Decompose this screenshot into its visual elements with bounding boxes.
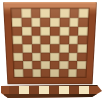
square-r8c7[interactable] (68, 69, 77, 77)
square-r7c6[interactable] (59, 61, 68, 69)
main-chessboard (3, 2, 97, 84)
square-r6c4[interactable] (41, 53, 50, 61)
square-r3c4[interactable] (41, 27, 50, 36)
square-r8c4[interactable] (41, 69, 50, 77)
square-r7c1[interactable] (14, 61, 23, 69)
square-r3c2[interactable] (22, 27, 32, 36)
flat-square-2 (19, 86, 29, 94)
square-r4c5[interactable] (50, 36, 59, 45)
square-r6c7[interactable] (68, 53, 77, 61)
square-r4c8[interactable] (78, 36, 88, 45)
square-r4c3[interactable] (31, 36, 40, 45)
square-r5c2[interactable] (22, 44, 31, 52)
square-r2c8[interactable] (78, 18, 88, 27)
square-r6c8[interactable] (77, 53, 86, 61)
square-r3c8[interactable] (78, 27, 88, 36)
square-r7c2[interactable] (23, 61, 32, 69)
square-r4c6[interactable] (59, 36, 68, 45)
flat-square-6 (59, 86, 69, 94)
square-r5c7[interactable] (68, 44, 77, 52)
square-r6c1[interactable] (13, 53, 22, 61)
square-r4c4[interactable] (41, 36, 50, 45)
square-r1c5[interactable] (50, 9, 60, 18)
square-r6c3[interactable] (32, 53, 41, 61)
second-chessboard-edge (1, 85, 102, 98)
square-r1c7[interactable] (69, 9, 79, 18)
square-r6c6[interactable] (59, 53, 68, 61)
flat-square-4 (39, 86, 49, 94)
square-r1c2[interactable] (21, 9, 31, 18)
square-r4c2[interactable] (22, 36, 32, 45)
square-r7c4[interactable] (41, 61, 50, 69)
flat-square-8 (79, 86, 89, 94)
square-r8c8[interactable] (77, 69, 86, 77)
square-r5c3[interactable] (31, 44, 40, 52)
square-r8c1[interactable] (14, 69, 23, 77)
square-r3c6[interactable] (59, 27, 69, 36)
square-r7c3[interactable] (32, 61, 41, 69)
square-r7c8[interactable] (77, 61, 86, 69)
square-r3c5[interactable] (50, 27, 59, 36)
square-r1c3[interactable] (31, 9, 41, 18)
square-r7c7[interactable] (68, 61, 77, 69)
square-r2c3[interactable] (31, 18, 41, 27)
square-r1c8[interactable] (79, 9, 89, 18)
square-r2c7[interactable] (69, 18, 79, 27)
square-r8c3[interactable] (32, 69, 41, 77)
flat-square-5 (49, 86, 59, 94)
square-r2c5[interactable] (50, 18, 60, 27)
square-r1c6[interactable] (60, 9, 70, 18)
square-r8c5[interactable] (50, 69, 59, 77)
square-r2c2[interactable] (21, 18, 31, 27)
board-grid (11, 9, 88, 78)
square-r6c2[interactable] (22, 53, 31, 61)
square-r1c1[interactable] (11, 9, 21, 18)
square-r1c4[interactable] (40, 9, 50, 18)
square-r5c6[interactable] (59, 44, 68, 52)
flat-square-1 (9, 86, 19, 94)
square-r3c1[interactable] (12, 27, 22, 36)
flat-square-3 (29, 86, 39, 94)
square-r4c7[interactable] (69, 36, 79, 45)
square-r3c7[interactable] (69, 27, 79, 36)
square-r8c2[interactable] (23, 69, 32, 77)
square-r8c6[interactable] (59, 69, 68, 77)
square-r4c1[interactable] (13, 36, 23, 45)
flat-board-squares (9, 86, 89, 94)
square-r5c4[interactable] (41, 44, 50, 52)
square-r6c5[interactable] (50, 53, 59, 61)
square-r5c8[interactable] (78, 44, 88, 52)
square-r2c1[interactable] (12, 18, 22, 27)
square-r7c5[interactable] (50, 61, 59, 69)
square-r3c3[interactable] (31, 27, 41, 36)
flat-board-near-edge (4, 94, 100, 98)
square-r5c5[interactable] (50, 44, 59, 52)
square-r5c1[interactable] (13, 44, 23, 52)
flat-square-7 (69, 86, 79, 94)
square-r2c4[interactable] (40, 18, 50, 27)
square-r2c6[interactable] (59, 18, 69, 27)
